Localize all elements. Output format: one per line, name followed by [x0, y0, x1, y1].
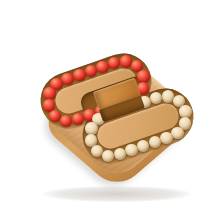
red-bead[interactable] [108, 57, 121, 70]
natural-bead[interactable] [114, 148, 127, 161]
red-bead[interactable] [85, 65, 98, 78]
red-bead[interactable] [61, 73, 74, 86]
red-bead[interactable] [72, 113, 85, 126]
natural-bead[interactable] [150, 92, 163, 105]
natural-bead[interactable] [149, 136, 162, 149]
natural-bead[interactable] [160, 132, 173, 145]
red-bead[interactable] [73, 69, 86, 82]
red-bead[interactable] [96, 61, 109, 74]
natural-bead[interactable] [171, 127, 184, 140]
red-bead[interactable] [43, 87, 56, 100]
natural-bead[interactable] [85, 122, 98, 135]
natural-bead[interactable] [125, 144, 138, 157]
natural-bead[interactable] [179, 105, 192, 118]
natural-bead[interactable] [137, 140, 150, 153]
red-bead[interactable] [60, 115, 73, 128]
product-photo [0, 0, 220, 220]
red-bead[interactable] [137, 70, 150, 83]
natural-bead[interactable] [102, 150, 115, 163]
